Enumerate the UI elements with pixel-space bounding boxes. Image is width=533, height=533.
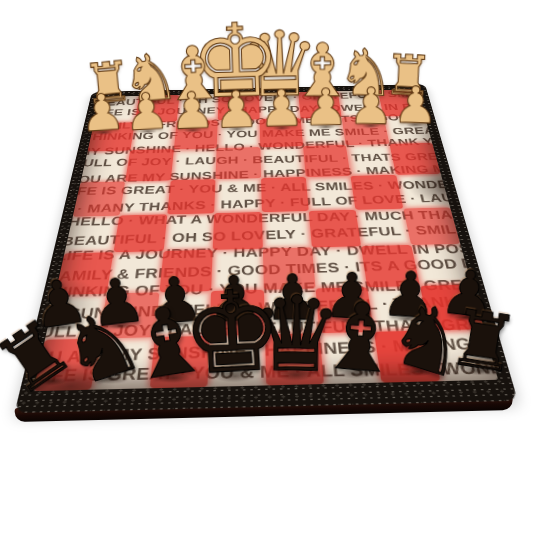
piece-white-pawn-g2[interactable]: ♟ — [123, 86, 171, 139]
piece-white-pawn-h2[interactable]: ♟ — [78, 87, 127, 140]
chess-photo-scene: BEAUTIFUL · OH SO LOVELY · GRATEFUL · SM… — [0, 0, 533, 533]
piece-white-pawn-c2[interactable]: ♟ — [303, 83, 348, 133]
piece-white-pawn-b2[interactable]: ♟ — [348, 82, 394, 133]
piece-white-pawn-f2[interactable]: ♟ — [168, 85, 215, 137]
piece-white-pawn-a2[interactable]: ♟ — [392, 80, 438, 131]
piece-white-pawn-d2[interactable]: ♟ — [258, 84, 304, 135]
piece-white-pawn-e2[interactable]: ♟ — [213, 84, 260, 136]
board-tilt-wrapper: BEAUTIFUL · OH SO LOVELY · GRATEFUL · SM… — [0, 0, 533, 533]
pieces-layer: ♜♞♝♛♚♝♞♜♟♟♟♟♟♟♟♟♟♟♟♟♟♟♟♟♜♞♝♛♚♝♞♜ — [0, 0, 533, 533]
